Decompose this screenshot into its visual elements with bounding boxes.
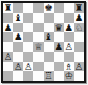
- square-e2[interactable]: [44, 62, 54, 72]
- square-e1[interactable]: ♖: [44, 71, 54, 81]
- square-f5[interactable]: [54, 32, 64, 42]
- square-a6[interactable]: ♟: [3, 23, 13, 33]
- square-e8[interactable]: ♚: [44, 3, 54, 13]
- square-c5[interactable]: [23, 32, 33, 42]
- square-a2[interactable]: [3, 62, 13, 72]
- square-d4[interactable]: ♕: [33, 42, 43, 52]
- piece-white-king: ♔: [65, 71, 74, 80]
- square-b5[interactable]: ♟: [13, 32, 23, 42]
- square-b7[interactable]: ♝: [13, 13, 23, 23]
- square-f7[interactable]: [54, 13, 64, 23]
- piece-black-pawn: ♟: [75, 13, 84, 22]
- square-a1[interactable]: [3, 71, 13, 81]
- square-e6[interactable]: [44, 23, 54, 33]
- square-e3[interactable]: [44, 52, 54, 62]
- square-e7[interactable]: [44, 13, 54, 23]
- piece-black-bishop: ♝: [44, 32, 53, 41]
- square-c8[interactable]: [23, 3, 33, 13]
- piece-black-pawn: ♟: [54, 42, 63, 51]
- square-b3[interactable]: [13, 52, 23, 62]
- square-h8[interactable]: ♜: [74, 3, 84, 13]
- square-c2[interactable]: ♙: [23, 62, 33, 72]
- square-d7[interactable]: [33, 13, 43, 23]
- square-b1[interactable]: [13, 71, 23, 81]
- square-h2[interactable]: ♙: [74, 62, 84, 72]
- piece-black-pawn: ♟: [14, 32, 23, 41]
- square-d6[interactable]: [33, 23, 43, 33]
- square-f6[interactable]: ♛: [54, 23, 64, 33]
- square-e4[interactable]: [44, 42, 54, 52]
- square-f3[interactable]: [54, 52, 64, 62]
- square-a7[interactable]: [3, 13, 13, 23]
- square-h6[interactable]: ♘: [74, 23, 84, 33]
- piece-black-rook: ♜: [75, 3, 84, 12]
- square-b4[interactable]: [13, 42, 23, 52]
- square-c6[interactable]: [23, 23, 33, 33]
- square-d8[interactable]: [33, 3, 43, 13]
- square-h4[interactable]: [74, 42, 84, 52]
- piece-black-bishop: ♝: [14, 13, 23, 22]
- square-d2[interactable]: [33, 62, 43, 72]
- square-f8[interactable]: [54, 3, 64, 13]
- chessboard: ♜♚♜♝♟♟♛♟♘♟♝♕♟♙♙♙♙♗♙♖♔: [3, 3, 84, 81]
- square-d1[interactable]: [33, 71, 43, 81]
- piece-white-pawn: ♙: [14, 62, 23, 71]
- square-a5[interactable]: [3, 32, 13, 42]
- piece-black-pawn: ♟: [4, 23, 13, 32]
- square-g3[interactable]: [64, 52, 74, 62]
- piece-black-queen: ♛: [54, 23, 63, 32]
- board-frame: ♜♚♜♝♟♟♛♟♘♟♝♕♟♙♙♙♙♗♙♖♔: [1, 1, 86, 83]
- square-b6[interactable]: [13, 23, 23, 33]
- piece-black-rook: ♜: [4, 3, 13, 12]
- square-c4[interactable]: [23, 42, 33, 52]
- square-a4[interactable]: [3, 42, 13, 52]
- square-g2[interactable]: ♗: [64, 62, 74, 72]
- square-d3[interactable]: [33, 52, 43, 62]
- square-h7[interactable]: ♟: [74, 13, 84, 23]
- piece-white-pawn: ♙: [4, 52, 13, 61]
- piece-white-rook: ♖: [44, 71, 53, 80]
- screenshot-root: ♜♚♜♝♟♟♛♟♘♟♝♕♟♙♙♙♙♗♙♖♔: [0, 0, 88, 85]
- square-b2[interactable]: ♙: [13, 62, 23, 72]
- square-c7[interactable]: [23, 13, 33, 23]
- square-g5[interactable]: [64, 32, 74, 42]
- piece-white-knight: ♘: [75, 23, 84, 32]
- square-a8[interactable]: ♜: [3, 3, 13, 13]
- piece-white-queen: ♕: [34, 42, 43, 51]
- square-f2[interactable]: [54, 62, 64, 72]
- piece-white-pawn: ♙: [24, 62, 33, 71]
- square-d5[interactable]: [33, 32, 43, 42]
- square-g1[interactable]: ♔: [64, 71, 74, 81]
- square-g7[interactable]: [64, 13, 74, 23]
- square-e5[interactable]: ♝: [44, 32, 54, 42]
- piece-black-king: ♚: [44, 3, 53, 12]
- square-g8[interactable]: [64, 3, 74, 13]
- piece-white-pawn: ♙: [65, 42, 74, 51]
- piece-white-pawn: ♙: [75, 62, 84, 71]
- square-g6[interactable]: ♟: [64, 23, 74, 33]
- square-f4[interactable]: ♟: [54, 42, 64, 52]
- square-f1[interactable]: [54, 71, 64, 81]
- square-c1[interactable]: [23, 71, 33, 81]
- piece-black-pawn: ♟: [65, 23, 74, 32]
- square-h5[interactable]: [74, 32, 84, 42]
- square-b8[interactable]: [13, 3, 23, 13]
- square-a3[interactable]: ♙: [3, 52, 13, 62]
- square-g4[interactable]: ♙: [64, 42, 74, 52]
- piece-white-bishop: ♗: [65, 62, 74, 71]
- square-c3[interactable]: [23, 52, 33, 62]
- square-h1[interactable]: [74, 71, 84, 81]
- square-h3[interactable]: [74, 52, 84, 62]
